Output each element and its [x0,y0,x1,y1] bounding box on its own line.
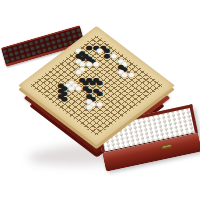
go-board-set: ●●●●●●●●●●●●●●●●●●●●●●●●●●●●●●●●●●●●●●●●… [0,0,200,200]
drawer-handle [161,143,173,149]
